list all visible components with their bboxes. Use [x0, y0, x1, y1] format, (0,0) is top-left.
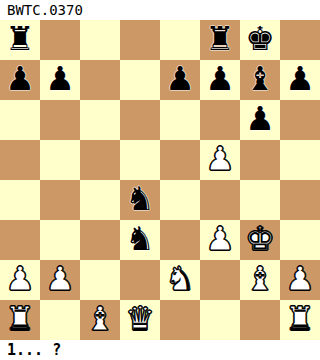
square-e8[interactable] — [160, 20, 200, 60]
square-e7[interactable]: ♟ — [160, 60, 200, 100]
square-b4[interactable] — [40, 180, 80, 220]
move-prompt: 1... ? — [0, 340, 61, 360]
square-f2[interactable] — [200, 260, 240, 300]
square-a7[interactable]: ♟ — [0, 60, 40, 100]
white-knight: ♞ — [165, 259, 195, 299]
square-d2[interactable] — [120, 260, 160, 300]
square-g1[interactable] — [240, 300, 280, 340]
square-h4[interactable] — [280, 180, 320, 220]
square-h2[interactable]: ♟ — [280, 260, 320, 300]
white-rook: ♜ — [5, 299, 35, 339]
square-c4[interactable] — [80, 180, 120, 220]
square-e6[interactable] — [160, 100, 200, 140]
square-c2[interactable] — [80, 260, 120, 300]
square-a6[interactable] — [0, 100, 40, 140]
square-c5[interactable] — [80, 140, 120, 180]
black-pawn: ♟ — [205, 59, 235, 99]
square-d7[interactable] — [120, 60, 160, 100]
white-king: ♚ — [245, 219, 275, 259]
square-b3[interactable] — [40, 220, 80, 260]
square-a1[interactable]: ♜ — [0, 300, 40, 340]
square-f4[interactable] — [200, 180, 240, 220]
chess-puzzle-window: BWTC.0370 ♜♜♚♟♟♟♟♝♟♟♟♞♞♟♚♟♟♞♝♟♜♝♛♜ 1... … — [0, 0, 320, 360]
square-b7[interactable]: ♟ — [40, 60, 80, 100]
square-b1[interactable] — [40, 300, 80, 340]
square-f5[interactable]: ♟ — [200, 140, 240, 180]
black-pawn: ♟ — [245, 99, 275, 139]
square-a4[interactable] — [0, 180, 40, 220]
white-pawn: ♟ — [205, 139, 235, 179]
square-b6[interactable] — [40, 100, 80, 140]
black-pawn: ♟ — [285, 59, 315, 99]
square-g6[interactable]: ♟ — [240, 100, 280, 140]
square-g2[interactable]: ♝ — [240, 260, 280, 300]
square-f3[interactable]: ♟ — [200, 220, 240, 260]
square-h5[interactable] — [280, 140, 320, 180]
square-a2[interactable]: ♟ — [0, 260, 40, 300]
square-d3[interactable]: ♞ — [120, 220, 160, 260]
square-f8[interactable]: ♜ — [200, 20, 240, 60]
square-b8[interactable] — [40, 20, 80, 60]
white-pawn: ♟ — [205, 219, 235, 259]
square-h3[interactable] — [280, 220, 320, 260]
black-knight: ♞ — [125, 179, 155, 219]
white-queen: ♛ — [125, 299, 155, 339]
square-f1[interactable] — [200, 300, 240, 340]
square-g4[interactable] — [240, 180, 280, 220]
square-d6[interactable] — [120, 100, 160, 140]
square-d1[interactable]: ♛ — [120, 300, 160, 340]
black-pawn: ♟ — [45, 59, 75, 99]
square-f6[interactable] — [200, 100, 240, 140]
black-knight: ♞ — [125, 219, 155, 259]
square-d5[interactable] — [120, 140, 160, 180]
square-f7[interactable]: ♟ — [200, 60, 240, 100]
square-e1[interactable] — [160, 300, 200, 340]
square-c6[interactable] — [80, 100, 120, 140]
black-bishop: ♝ — [245, 59, 275, 99]
square-h6[interactable] — [280, 100, 320, 140]
square-g7[interactable]: ♝ — [240, 60, 280, 100]
puzzle-title: BWTC.0370 — [0, 0, 83, 20]
square-e5[interactable] — [160, 140, 200, 180]
square-d4[interactable]: ♞ — [120, 180, 160, 220]
black-king: ♚ — [245, 19, 275, 59]
white-bishop: ♝ — [85, 299, 115, 339]
white-rook: ♜ — [285, 299, 315, 339]
white-pawn: ♟ — [45, 259, 75, 299]
square-a3[interactable] — [0, 220, 40, 260]
square-e2[interactable]: ♞ — [160, 260, 200, 300]
square-d8[interactable] — [120, 20, 160, 60]
square-g8[interactable]: ♚ — [240, 20, 280, 60]
chess-board: ♜♜♚♟♟♟♟♝♟♟♟♞♞♟♚♟♟♞♝♟♜♝♛♜ — [0, 20, 320, 340]
black-rook: ♜ — [205, 19, 235, 59]
square-c8[interactable] — [80, 20, 120, 60]
square-c3[interactable] — [80, 220, 120, 260]
black-rook: ♜ — [5, 19, 35, 59]
square-g3[interactable]: ♚ — [240, 220, 280, 260]
white-bishop: ♝ — [245, 259, 275, 299]
puzzle-header: BWTC.0370 — [0, 0, 320, 20]
square-a8[interactable]: ♜ — [0, 20, 40, 60]
white-pawn: ♟ — [5, 259, 35, 299]
square-g5[interactable] — [240, 140, 280, 180]
square-b2[interactable]: ♟ — [40, 260, 80, 300]
square-a5[interactable] — [0, 140, 40, 180]
square-h8[interactable] — [280, 20, 320, 60]
black-pawn: ♟ — [5, 59, 35, 99]
square-e4[interactable] — [160, 180, 200, 220]
square-e3[interactable] — [160, 220, 200, 260]
square-c1[interactable]: ♝ — [80, 300, 120, 340]
square-b5[interactable] — [40, 140, 80, 180]
black-pawn: ♟ — [165, 59, 195, 99]
square-h1[interactable]: ♜ — [280, 300, 320, 340]
white-pawn: ♟ — [285, 259, 315, 299]
square-h7[interactable]: ♟ — [280, 60, 320, 100]
puzzle-footer: 1... ? — [0, 340, 320, 360]
square-c7[interactable] — [80, 60, 120, 100]
